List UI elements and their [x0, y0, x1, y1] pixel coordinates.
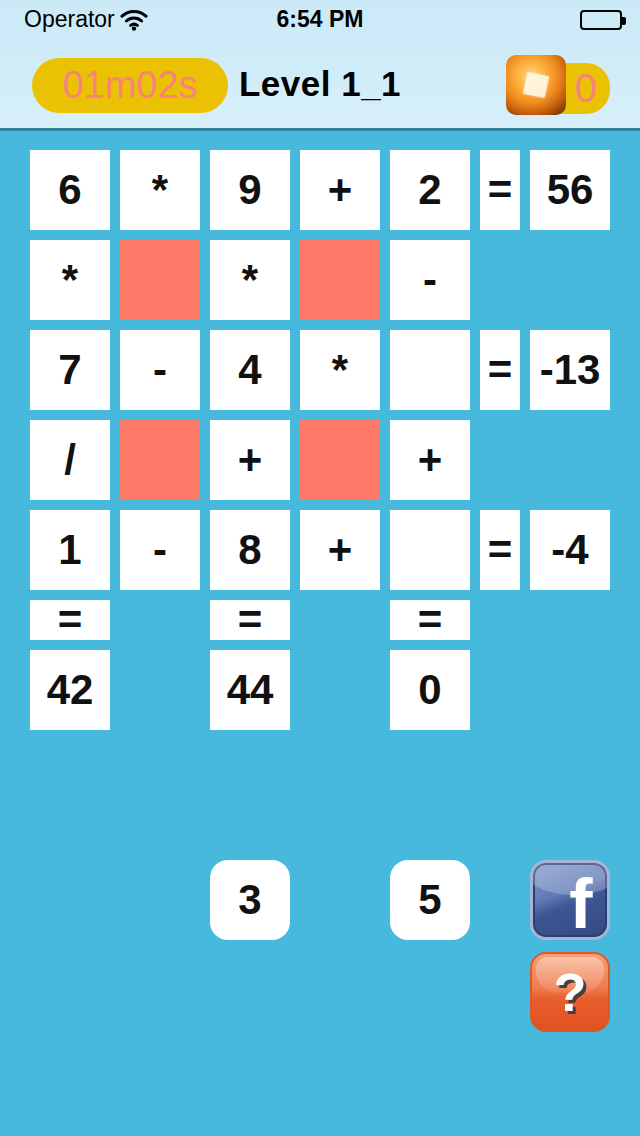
facebook-icon: f	[569, 871, 592, 938]
cell-r5c1: 1	[30, 510, 110, 590]
cell-r3c7: -13	[530, 330, 610, 410]
cell-r7c6	[480, 650, 520, 730]
cell-r2c3: *	[210, 240, 290, 320]
cell-r5c6: =	[480, 510, 520, 590]
header-bar: Level 1_1 01m02s 0	[0, 40, 640, 128]
cell-r2c5: -	[390, 240, 470, 320]
cell-r5c2: -	[120, 510, 200, 590]
puzzle-board: 6*9+2=56**-7-4*=-13/++1-8+=-4===42440	[30, 150, 610, 730]
cell-r6c4	[300, 600, 380, 640]
cell-r2c6	[480, 240, 520, 320]
cell-r2c1: *	[30, 240, 110, 320]
cell-r6c6	[480, 600, 520, 640]
cell-r3c2: -	[120, 330, 200, 410]
cell-r1c3: 9	[210, 150, 290, 230]
cell-r4c5: +	[390, 420, 470, 500]
question-mark-icon: ?	[554, 961, 587, 1023]
orange-ball-icon	[506, 55, 566, 115]
cell-r3c3: 4	[210, 330, 290, 410]
cell-r2c2	[120, 240, 200, 320]
cell-r5c7: -4	[530, 510, 610, 590]
cell-r2c4	[300, 240, 380, 320]
cell-r4c3: +	[210, 420, 290, 500]
cell-r4c1: /	[30, 420, 110, 500]
cell-r6c2	[120, 600, 200, 640]
cell-r3c1: 7	[30, 330, 110, 410]
cell-r6c5: =	[390, 600, 470, 640]
facebook-button[interactable]: f	[530, 860, 610, 940]
cell-r7c1: 42	[30, 650, 110, 730]
app-screen: Operator 6:54 PM Level 1_1 01m02s 0 6*9+…	[0, 0, 640, 1136]
cell-r6c7	[530, 600, 610, 640]
cell-r3c6: =	[480, 330, 520, 410]
cell-r1c4: +	[300, 150, 380, 230]
cell-r3c5[interactable]	[390, 330, 470, 410]
cell-r7c3: 44	[210, 650, 290, 730]
cell-r7c4	[300, 650, 380, 730]
cell-r2c7	[530, 240, 610, 320]
cell-r5c3: 8	[210, 510, 290, 590]
cell-r7c7	[530, 650, 610, 730]
timer-badge: 01m02s	[32, 58, 228, 113]
cell-r6c3: =	[210, 600, 290, 640]
cell-r1c1: 6	[30, 150, 110, 230]
answer-tile-1[interactable]: 3	[210, 860, 290, 940]
cell-r1c7: 56	[530, 150, 610, 230]
cell-r1c2: *	[120, 150, 200, 230]
cell-r5c4: +	[300, 510, 380, 590]
cell-r1c5: 2	[390, 150, 470, 230]
cell-r4c6	[480, 420, 520, 500]
cell-r4c4	[300, 420, 380, 500]
cell-r7c5: 0	[390, 650, 470, 730]
help-button[interactable]: ?	[530, 952, 610, 1032]
battery-icon	[580, 10, 622, 30]
status-bar: Operator 6:54 PM	[0, 0, 640, 40]
cell-r7c2	[120, 650, 200, 730]
cell-r4c2	[120, 420, 200, 500]
cell-r5c5[interactable]	[390, 510, 470, 590]
cell-r1c6: =	[480, 150, 520, 230]
top-chrome: Operator 6:54 PM Level 1_1 01m02s 0	[0, 0, 640, 131]
answer-tile-2[interactable]: 5	[390, 860, 470, 940]
cell-r4c7	[530, 420, 610, 500]
cell-r6c1: =	[30, 600, 110, 640]
clock-label: 6:54 PM	[0, 6, 640, 33]
cell-r3c4: *	[300, 330, 380, 410]
